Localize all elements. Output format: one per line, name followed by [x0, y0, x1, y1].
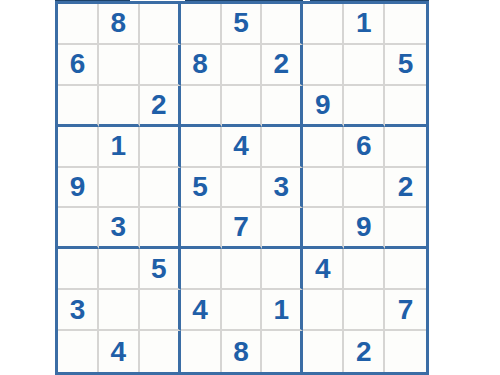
- sudoku-cell-r1c3[interactable]: [140, 4, 181, 45]
- sudoku-cell-r8c5[interactable]: [222, 290, 263, 331]
- sudoku-cell-r9c3[interactable]: [140, 331, 181, 372]
- sudoku-cell-r9c6[interactable]: [262, 331, 303, 372]
- sudoku-cell-r5c4[interactable]: 5: [181, 168, 222, 209]
- sudoku-cell-r6c2[interactable]: 3: [99, 208, 140, 249]
- sudoku-cell-r3c4[interactable]: [181, 86, 222, 127]
- sudoku-board: 8516825291469532379543417482: [55, 1, 429, 375]
- sudoku-cell-r6c5[interactable]: 7: [222, 208, 263, 249]
- sudoku-cell-r1c2[interactable]: 8: [99, 4, 140, 45]
- sudoku-cell-r4c2[interactable]: 1: [99, 127, 140, 168]
- sudoku-cell-r5c9[interactable]: 2: [385, 168, 426, 209]
- sudoku-cell-r8c7[interactable]: [303, 290, 344, 331]
- sudoku-cell-r8c9[interactable]: 7: [385, 290, 426, 331]
- sudoku-cell-r1c6[interactable]: [262, 4, 303, 45]
- sudoku-cell-r4c5[interactable]: 4: [222, 127, 263, 168]
- sudoku-cell-r8c4[interactable]: 4: [181, 290, 222, 331]
- sudoku-cell-r8c2[interactable]: [99, 290, 140, 331]
- sudoku-cell-r5c2[interactable]: [99, 168, 140, 209]
- sudoku-cell-r3c2[interactable]: [99, 86, 140, 127]
- sudoku-cell-r9c5[interactable]: 8: [222, 331, 263, 372]
- sudoku-cell-r7c1[interactable]: [58, 249, 99, 290]
- sudoku-cell-r5c6[interactable]: 3: [262, 168, 303, 209]
- sudoku-cell-r6c8[interactable]: 9: [344, 208, 385, 249]
- sudoku-cell-r9c2[interactable]: 4: [99, 331, 140, 372]
- sudoku-cell-r1c4[interactable]: [181, 4, 222, 45]
- sudoku-cell-r8c3[interactable]: [140, 290, 181, 331]
- sudoku-cell-r8c8[interactable]: [344, 290, 385, 331]
- sudoku-cell-r6c9[interactable]: [385, 208, 426, 249]
- sudoku-cell-r7c2[interactable]: [99, 249, 140, 290]
- sudoku-cell-r3c6[interactable]: [262, 86, 303, 127]
- sudoku-cell-r2c1[interactable]: 6: [58, 45, 99, 86]
- sudoku-cell-r6c7[interactable]: [303, 208, 344, 249]
- sudoku-cell-r9c1[interactable]: [58, 331, 99, 372]
- sudoku-cell-r2c5[interactable]: [222, 45, 263, 86]
- sudoku-cell-r7c6[interactable]: [262, 249, 303, 290]
- sudoku-cell-r8c1[interactable]: 3: [58, 290, 99, 331]
- sudoku-cell-r4c3[interactable]: [140, 127, 181, 168]
- sudoku-cell-r3c1[interactable]: [58, 86, 99, 127]
- sudoku-cell-r1c9[interactable]: [385, 4, 426, 45]
- sudoku-cell-r7c3[interactable]: 5: [140, 249, 181, 290]
- sudoku-cell-r4c7[interactable]: [303, 127, 344, 168]
- sudoku-cell-r7c5[interactable]: [222, 249, 263, 290]
- sudoku-cell-r2c2[interactable]: [99, 45, 140, 86]
- sudoku-cell-r2c6[interactable]: 2: [262, 45, 303, 86]
- sudoku-cell-r6c4[interactable]: [181, 208, 222, 249]
- sudoku-cell-r6c3[interactable]: [140, 208, 181, 249]
- sudoku-cell-r3c9[interactable]: [385, 86, 426, 127]
- sudoku-cell-r9c4[interactable]: [181, 331, 222, 372]
- sudoku-cell-r7c9[interactable]: [385, 249, 426, 290]
- sudoku-cell-r7c7[interactable]: 4: [303, 249, 344, 290]
- sudoku-cell-r4c1[interactable]: [58, 127, 99, 168]
- sudoku-cell-r5c5[interactable]: [222, 168, 263, 209]
- sudoku-cell-r3c7[interactable]: 9: [303, 86, 344, 127]
- sudoku-cell-r2c9[interactable]: 5: [385, 45, 426, 86]
- sudoku-cell-r4c6[interactable]: [262, 127, 303, 168]
- sudoku-cell-r7c8[interactable]: [344, 249, 385, 290]
- page: 8516825291469532379543417482: [0, 0, 500, 375]
- sudoku-cell-r9c9[interactable]: [385, 331, 426, 372]
- sudoku-cell-r3c8[interactable]: [344, 86, 385, 127]
- sudoku-cell-r8c6[interactable]: 1: [262, 290, 303, 331]
- sudoku-cell-r5c8[interactable]: [344, 168, 385, 209]
- sudoku-cell-r1c8[interactable]: 1: [344, 4, 385, 45]
- sudoku-cell-r2c7[interactable]: [303, 45, 344, 86]
- sudoku-cell-r1c1[interactable]: [58, 4, 99, 45]
- sudoku-cell-r1c7[interactable]: [303, 4, 344, 45]
- sudoku-cell-r9c7[interactable]: [303, 331, 344, 372]
- sudoku-cell-r3c5[interactable]: [222, 86, 263, 127]
- sudoku-cell-r4c4[interactable]: [181, 127, 222, 168]
- sudoku-cell-r4c9[interactable]: [385, 127, 426, 168]
- sudoku-cell-r3c3[interactable]: 2: [140, 86, 181, 127]
- sudoku-cell-r2c4[interactable]: 8: [181, 45, 222, 86]
- sudoku-cell-r6c1[interactable]: [58, 208, 99, 249]
- sudoku-cell-r5c7[interactable]: [303, 168, 344, 209]
- sudoku-cell-r5c1[interactable]: 9: [58, 168, 99, 209]
- sudoku-cell-r4c8[interactable]: 6: [344, 127, 385, 168]
- sudoku-cell-r7c4[interactable]: [181, 249, 222, 290]
- sudoku-cell-r1c5[interactable]: 5: [222, 4, 263, 45]
- sudoku-cell-r6c6[interactable]: [262, 208, 303, 249]
- sudoku-cell-r5c3[interactable]: [140, 168, 181, 209]
- sudoku-cell-r2c3[interactable]: [140, 45, 181, 86]
- sudoku-cell-r2c8[interactable]: [344, 45, 385, 86]
- sudoku-cell-r9c8[interactable]: 2: [344, 331, 385, 372]
